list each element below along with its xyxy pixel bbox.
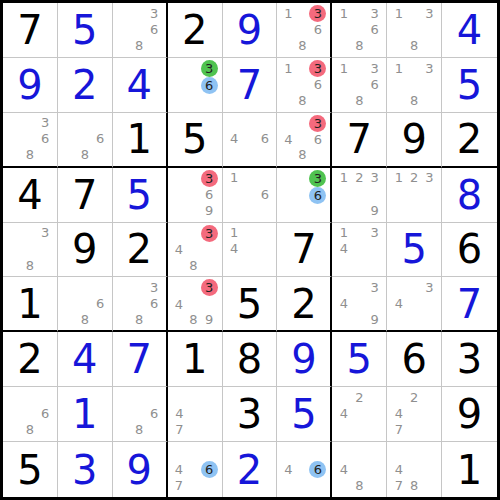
candidate-grid: 1368: [281, 5, 326, 54]
given-digit: 9: [58, 223, 112, 277]
candidate-3[interactable]: 3: [38, 225, 53, 241]
cell-r8c3[interactable]: 68: [113, 387, 168, 442]
candidate-4[interactable]: 4: [391, 406, 406, 422]
candidate-8[interactable]: 8: [77, 311, 92, 327]
candidate-grid: 68: [62, 115, 108, 163]
solved-digit: 4: [442, 3, 497, 57]
cell-r7c6[interactable]: 9: [277, 332, 332, 387]
cell-r2c6[interactable]: 1368: [277, 58, 332, 113]
candidate-7[interactable]: 7: [172, 478, 186, 494]
cell-r4c8[interactable]: 123: [387, 168, 442, 223]
given-digit: 8: [223, 332, 277, 386]
candidate-8[interactable]: 8: [295, 38, 309, 54]
given-digit: 2: [442, 113, 497, 166]
candidate-grid: 368: [117, 5, 162, 54]
cell-r6c1[interactable]: 1: [3, 277, 58, 332]
cell-r1c1[interactable]: 7: [3, 3, 58, 58]
candidate-grid: 46: [281, 444, 326, 494]
candidate-2[interactable]: 2: [352, 389, 367, 405]
cell-r9c1[interactable]: 5: [3, 442, 58, 497]
candidate-grid: 478: [391, 444, 437, 494]
cell-r1c2[interactable]: 5: [58, 3, 113, 58]
cell-r1c8[interactable]: 138: [387, 3, 442, 58]
candidate-3[interactable]: 3: [309, 5, 326, 22]
given-digit: 1: [113, 113, 166, 166]
cell-r3c5[interactable]: 46: [223, 113, 278, 168]
given-digit: 1: [168, 332, 222, 386]
candidate-6[interactable]: 6: [92, 295, 107, 311]
candidate-8[interactable]: 8: [407, 92, 422, 108]
candidate-8[interactable]: 8: [352, 477, 367, 494]
highlight-red-circle: 3: [201, 170, 218, 187]
candidate-3[interactable]: 3: [201, 60, 218, 77]
cell-r5c6[interactable]: 7: [277, 223, 332, 278]
candidate-9[interactable]: 9: [201, 312, 218, 327]
solved-digit: 2: [223, 442, 277, 497]
candidate-3[interactable]: 3: [422, 170, 437, 186]
highlight-green-circle: 3: [309, 170, 326, 187]
cell-r9c2[interactable]: 3: [58, 442, 113, 497]
candidate-4[interactable]: 4: [172, 406, 187, 422]
solved-digit: 5: [442, 58, 497, 112]
candidate-3[interactable]: 3: [367, 60, 382, 76]
candidate-1[interactable]: 1: [227, 170, 242, 186]
candidate-grid: 36: [281, 170, 326, 219]
candidate-8[interactable]: 8: [186, 312, 200, 327]
solved-digit: 5: [277, 387, 330, 441]
candidate-8[interactable]: 8: [186, 257, 200, 273]
given-digit: 9: [387, 113, 441, 166]
cell-r8c7[interactable]: 24: [332, 387, 387, 442]
cell-r1c5[interactable]: 9: [223, 3, 278, 58]
cell-r1c3[interactable]: 368: [113, 3, 168, 58]
solved-digit: 7: [442, 277, 497, 330]
candidate-4[interactable]: 4: [336, 406, 351, 422]
candidate-4[interactable]: 4: [391, 461, 406, 478]
candidate-1[interactable]: 1: [281, 5, 295, 22]
given-digit: 1: [442, 442, 497, 497]
candidate-grid: 1239: [336, 170, 382, 219]
cell-r6c8[interactable]: 34: [387, 277, 442, 332]
cell-r8c2[interactable]: 1: [58, 387, 113, 442]
candidate-grid: 247: [391, 389, 437, 438]
given-digit: 7: [58, 168, 112, 222]
given-digit: 1: [3, 277, 57, 330]
given-digit: 9: [442, 387, 497, 441]
cell-r8c9[interactable]: 9: [442, 387, 497, 442]
candidate-grid: 68: [117, 389, 162, 438]
candidate-6[interactable]: 6: [147, 295, 162, 311]
cell-r5c7[interactable]: 134: [332, 223, 387, 278]
cell-r4c2[interactable]: 7: [58, 168, 113, 223]
cell-r6c6[interactable]: 2: [277, 277, 332, 332]
cell-r6c4[interactable]: 3489: [168, 277, 223, 332]
candidate-4[interactable]: 4: [172, 461, 186, 478]
cell-r9c5[interactable]: 2: [223, 442, 278, 497]
highlight-blue-circle: 6: [201, 77, 218, 94]
solved-digit: 7: [223, 58, 277, 112]
candidate-6[interactable]: 6: [309, 22, 326, 38]
candidate-6[interactable]: 6: [367, 21, 382, 37]
cell-r4c7[interactable]: 1239: [332, 168, 387, 223]
cell-r9c9[interactable]: 1: [442, 442, 497, 497]
cell-r5c9[interactable]: 6: [442, 223, 497, 278]
candidate-8[interactable]: 8: [22, 257, 37, 273]
candidate-grid: 1368: [336, 60, 382, 109]
candidate-2[interactable]: 2: [407, 389, 422, 405]
candidate-1[interactable]: 1: [336, 225, 351, 241]
candidate-grid: 16: [227, 170, 273, 219]
solved-digit: 9: [277, 332, 330, 386]
candidate-6[interactable]: 6: [257, 186, 272, 202]
solved-digit: 8: [442, 168, 497, 222]
cell-r2c4[interactable]: 36: [168, 58, 223, 113]
candidate-8[interactable]: 8: [22, 422, 37, 438]
candidate-grid: 134: [336, 225, 382, 274]
candidate-grid: 1368: [336, 5, 382, 54]
cell-r4c1[interactable]: 4: [3, 168, 58, 223]
cell-r6c7[interactable]: 349: [332, 277, 387, 332]
candidate-grid: 1368: [281, 60, 326, 109]
cell-r7c3[interactable]: 7: [113, 332, 168, 387]
candidate-8[interactable]: 8: [132, 38, 147, 54]
candidate-9[interactable]: 9: [367, 202, 382, 218]
candidate-grid: 467: [172, 444, 218, 494]
candidate-1[interactable]: 1: [391, 170, 406, 186]
cell-r8c6[interactable]: 5: [277, 387, 332, 442]
candidate-grid: 47: [172, 389, 218, 438]
solved-digit: 9: [3, 58, 57, 112]
solved-digit: 3: [58, 442, 112, 497]
solved-digit: 1: [58, 387, 112, 441]
candidate-3[interactable]: 3: [309, 60, 326, 77]
candidate-3[interactable]: 3: [422, 5, 437, 21]
highlight-green-circle: 3: [201, 60, 218, 77]
candidate-8[interactable]: 8: [352, 38, 367, 54]
cell-r2c5[interactable]: 7: [223, 58, 278, 113]
highlight-red-circle: 3: [309, 115, 326, 132]
candidate-1[interactable]: 1: [391, 60, 406, 76]
candidate-3[interactable]: 3: [367, 225, 382, 241]
candidate-8[interactable]: 8: [22, 147, 37, 163]
cell-r3c1[interactable]: 368: [3, 113, 58, 168]
candidate-6[interactable]: 6: [257, 131, 272, 147]
cell-r3c8[interactable]: 9: [387, 113, 442, 168]
candidate-8[interactable]: 8: [295, 93, 309, 109]
given-digit: 3: [442, 332, 497, 386]
cell-r7c4[interactable]: 1: [168, 332, 223, 387]
cell-r9c3[interactable]: 9: [113, 442, 168, 497]
candidate-3[interactable]: 3: [422, 60, 437, 76]
candidate-3[interactable]: 3: [38, 115, 53, 131]
cell-r3c2[interactable]: 68: [58, 113, 113, 168]
candidate-3[interactable]: 3: [367, 279, 382, 295]
candidate-6[interactable]: 6: [201, 77, 218, 94]
candidate-grid: 138: [391, 5, 437, 54]
cell-r6c9[interactable]: 7: [442, 277, 497, 332]
candidate-4[interactable]: 4: [281, 461, 295, 478]
cell-r7c7[interactable]: 5: [332, 332, 387, 387]
solved-digit: 7: [113, 332, 166, 386]
given-digit: 6: [387, 332, 441, 386]
solved-digit: 9: [223, 3, 277, 57]
cell-r7c9[interactable]: 3: [442, 332, 497, 387]
candidate-grid: 14: [227, 225, 273, 274]
cell-r1c7[interactable]: 1368: [332, 3, 387, 58]
cell-r6c2[interactable]: 68: [58, 277, 113, 332]
given-digit: 5: [223, 277, 277, 330]
candidate-1[interactable]: 1: [227, 225, 242, 241]
given-digit: 7: [3, 3, 57, 57]
candidate-4[interactable]: 4: [336, 461, 351, 478]
solved-digit: 4: [58, 332, 112, 386]
candidate-6[interactable]: 6: [38, 131, 53, 147]
sudoku-board: 7536829136813681384924367136813681385368…: [0, 0, 500, 500]
candidate-8[interactable]: 8: [352, 92, 367, 108]
candidate-grid: 349: [336, 279, 382, 327]
cell-r9c7[interactable]: 48: [332, 442, 387, 497]
given-digit: 2: [113, 223, 166, 277]
cell-r4c6[interactable]: 36: [277, 168, 332, 223]
candidate-grid: 24: [336, 389, 382, 438]
candidate-grid: 138: [391, 60, 437, 109]
cell-r7c5[interactable]: 8: [223, 332, 278, 387]
candidate-grid: 369: [172, 170, 218, 219]
candidate-6[interactable]: 6: [201, 461, 218, 478]
candidate-3[interactable]: 3: [201, 279, 218, 296]
candidate-grid: 123: [391, 170, 437, 219]
candidate-grid: 3489: [172, 279, 218, 327]
candidate-grid: 38: [7, 225, 53, 274]
cell-r4c4[interactable]: 369: [168, 168, 223, 223]
candidate-8[interactable]: 8: [77, 147, 92, 163]
candidate-6[interactable]: 6: [147, 21, 162, 37]
cell-r2c3[interactable]: 4: [113, 58, 168, 113]
candidate-grid: 68: [62, 279, 108, 327]
candidate-grid: 368: [7, 115, 53, 163]
candidate-9[interactable]: 9: [201, 203, 218, 219]
candidate-grid: 48: [336, 444, 382, 494]
highlight-blue-circle: 6: [309, 461, 326, 478]
cell-r9c6[interactable]: 46: [277, 442, 332, 497]
given-digit: 2: [277, 277, 330, 330]
cell-r8c5[interactable]: 3: [223, 387, 278, 442]
candidate-3[interactable]: 3: [367, 5, 382, 21]
solved-digit: 5: [113, 168, 166, 222]
candidate-grid: 46: [227, 115, 273, 163]
candidate-1[interactable]: 1: [391, 5, 406, 21]
candidate-4[interactable]: 4: [227, 131, 242, 147]
given-digit: 6: [442, 223, 497, 277]
cell-r7c8[interactable]: 6: [387, 332, 442, 387]
cell-r1c4[interactable]: 2: [168, 3, 223, 58]
given-digit: 2: [3, 332, 57, 386]
candidate-grid: 36: [172, 60, 218, 109]
candidate-1[interactable]: 1: [336, 60, 351, 76]
cell-r8c1[interactable]: 68: [3, 387, 58, 442]
cell-r5c8[interactable]: 5: [387, 223, 442, 278]
cell-r5c5[interactable]: 14: [223, 223, 278, 278]
highlight-blue-circle: 6: [201, 461, 218, 478]
candidate-4[interactable]: 4: [281, 132, 295, 147]
solved-digit: 2: [58, 58, 112, 112]
cell-r1c6[interactable]: 1368: [277, 3, 332, 58]
cell-r7c1[interactable]: 2: [3, 332, 58, 387]
cell-r4c3[interactable]: 5: [113, 168, 168, 223]
candidate-9[interactable]: 9: [367, 311, 382, 327]
candidate-6[interactable]: 6: [92, 131, 107, 147]
cell-r9c4[interactable]: 467: [168, 442, 223, 497]
candidate-3[interactable]: 3: [367, 170, 382, 186]
cell-r2c9[interactable]: 5: [442, 58, 497, 113]
cell-r6c5[interactable]: 5: [223, 277, 278, 332]
candidate-7[interactable]: 7: [172, 422, 187, 438]
given-digit: 4: [3, 168, 57, 222]
candidate-6[interactable]: 6: [309, 77, 326, 93]
candidate-3[interactable]: 3: [201, 225, 218, 242]
cell-r7c2[interactable]: 4: [58, 332, 113, 387]
candidate-3[interactable]: 3: [147, 279, 162, 295]
candidate-8[interactable]: 8: [132, 311, 147, 327]
cell-r8c8[interactable]: 247: [387, 387, 442, 442]
cell-r3c4[interactable]: 5: [168, 113, 223, 168]
highlight-red-circle: 3: [201, 225, 218, 242]
highlight-red-circle: 3: [309, 60, 326, 77]
solved-digit: 5: [58, 3, 112, 57]
candidate-grid: 3468: [281, 115, 326, 163]
candidate-6[interactable]: 6: [309, 187, 326, 204]
solved-digit: 9: [113, 442, 166, 497]
solved-digit: 5: [387, 223, 441, 277]
candidate-1[interactable]: 1: [336, 5, 351, 21]
cell-r6c3[interactable]: 368: [113, 277, 168, 332]
candidate-2[interactable]: 2: [352, 170, 367, 186]
candidate-6[interactable]: 6: [201, 187, 218, 203]
highlight-red-circle: 3: [201, 279, 218, 296]
candidate-grid: 368: [117, 279, 162, 327]
cell-r4c5[interactable]: 16: [223, 168, 278, 223]
candidate-3[interactable]: 3: [201, 170, 218, 187]
cell-r5c1[interactable]: 38: [3, 223, 58, 278]
candidate-8[interactable]: 8: [407, 477, 422, 494]
candidate-4[interactable]: 4: [172, 242, 186, 258]
candidate-4[interactable]: 4: [391, 295, 406, 311]
given-digit: 2: [168, 3, 222, 57]
cell-r2c2[interactable]: 2: [58, 58, 113, 113]
candidate-3[interactable]: 3: [309, 170, 326, 187]
cell-r2c8[interactable]: 138: [387, 58, 442, 113]
cell-r2c7[interactable]: 1368: [332, 58, 387, 113]
cell-r4c9[interactable]: 8: [442, 168, 497, 223]
solved-digit: 4: [113, 58, 166, 112]
cell-r5c3[interactable]: 2: [113, 223, 168, 278]
cell-r5c4[interactable]: 348: [168, 223, 223, 278]
cell-r3c6[interactable]: 3468: [277, 113, 332, 168]
cell-r1c9[interactable]: 4: [442, 3, 497, 58]
cell-r3c7[interactable]: 7: [332, 113, 387, 168]
cell-r8c4[interactable]: 47: [168, 387, 223, 442]
candidate-grid: 68: [7, 389, 53, 438]
highlight-red-circle: 3: [309, 5, 326, 22]
given-digit: 7: [332, 113, 386, 166]
cell-r9c8[interactable]: 478: [387, 442, 442, 497]
candidate-7[interactable]: 7: [391, 422, 406, 438]
candidate-4[interactable]: 4: [227, 241, 242, 257]
candidate-4[interactable]: 4: [336, 295, 351, 311]
candidate-6[interactable]: 6: [367, 76, 382, 92]
candidate-6[interactable]: 6: [38, 406, 53, 422]
given-digit: 7: [277, 223, 330, 277]
cell-r5c2[interactable]: 9: [58, 223, 113, 278]
solved-digit: 5: [332, 332, 386, 386]
candidate-8[interactable]: 8: [295, 147, 309, 162]
highlight-blue-circle: 6: [309, 187, 326, 204]
candidate-2[interactable]: 2: [407, 170, 422, 186]
given-digit: 3: [223, 387, 277, 441]
candidate-grid: 34: [391, 279, 437, 327]
cell-r2c1[interactable]: 9: [3, 58, 58, 113]
candidate-4[interactable]: 4: [172, 296, 186, 311]
candidate-6[interactable]: 6: [147, 406, 162, 422]
candidate-6[interactable]: 6: [309, 461, 326, 478]
candidate-8[interactable]: 8: [407, 38, 422, 54]
candidate-1[interactable]: 1: [281, 60, 295, 77]
given-digit: 5: [168, 113, 222, 166]
candidate-3[interactable]: 3: [147, 5, 162, 21]
candidate-7[interactable]: 7: [391, 477, 406, 494]
candidate-8[interactable]: 8: [132, 422, 147, 438]
cell-r3c9[interactable]: 2: [442, 113, 497, 168]
candidate-3[interactable]: 3: [309, 115, 326, 132]
given-digit: 5: [3, 442, 57, 497]
candidate-6[interactable]: 6: [309, 132, 326, 147]
candidate-1[interactable]: 1: [336, 170, 351, 186]
candidate-3[interactable]: 3: [422, 279, 437, 295]
candidate-4[interactable]: 4: [336, 241, 351, 257]
candidate-grid: 348: [172, 225, 218, 274]
cell-r3c3[interactable]: 1: [113, 113, 168, 168]
